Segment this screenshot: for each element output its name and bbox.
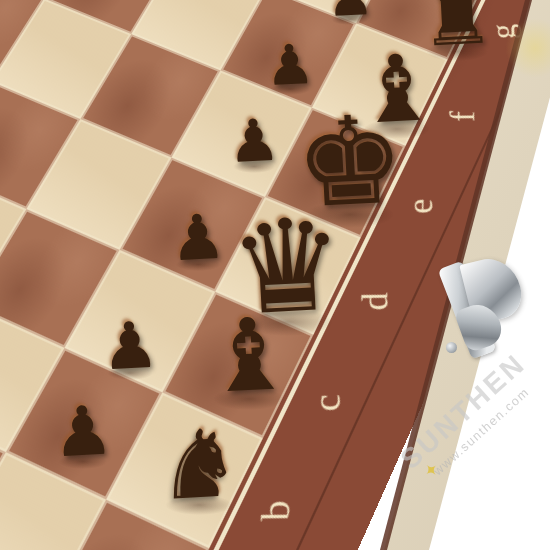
metal-clasp-icon (436, 256, 532, 370)
file-label-f: f (443, 69, 483, 164)
knight-b1[interactable]: ♞ (154, 415, 243, 513)
pawn-c2[interactable]: ♟ (100, 312, 161, 379)
clasp-screw-icon (446, 342, 457, 353)
sun-watermark-icon (505, 18, 550, 78)
bishop-c1[interactable]: ♝ (202, 304, 297, 409)
file-label-b: b (250, 451, 300, 550)
pawn-g2[interactable]: ♟ (325, 0, 374, 24)
pawn-e2[interactable]: ♟ (227, 111, 282, 172)
pawn-d2[interactable]: ♟ (169, 205, 228, 270)
file-label-d: d (353, 249, 397, 356)
pawn-b2[interactable]: ♟ (51, 397, 115, 468)
product-photo: abcdefgh ♞♟♝♟♛♟♚♟♝♟♜♟ ✦ SUNTHEN www.sunt… (0, 0, 550, 550)
file-label-c: c (303, 347, 350, 461)
pawn-f2[interactable]: ♟ (264, 37, 316, 95)
